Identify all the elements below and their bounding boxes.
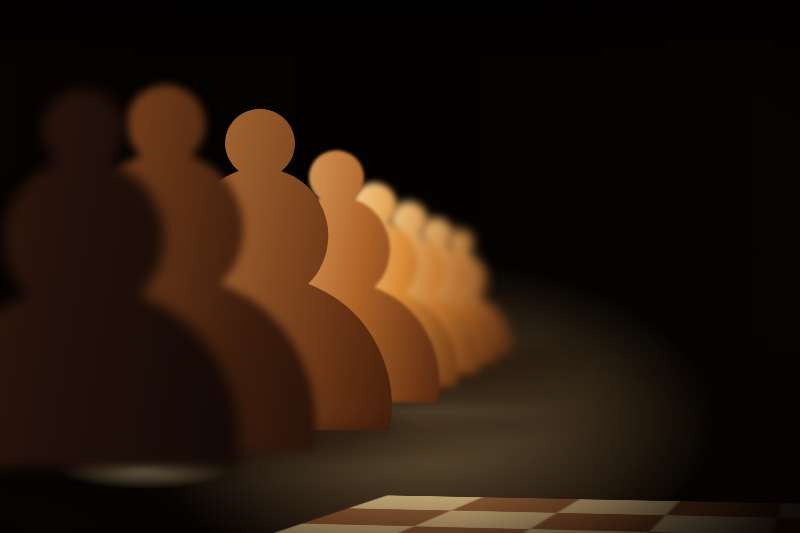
chess-photo-scene: ♟ ♟ ♟ ♟ ♟ ♟ ♟ ♟ — [0, 0, 800, 533]
pawn-rank: ♟ ♟ ♟ ♟ ♟ ♟ ♟ ♟ — [0, 0, 800, 533]
pawn-glyph: ♟ — [0, 28, 317, 533]
pawn-a7: ♟ — [0, 28, 317, 533]
